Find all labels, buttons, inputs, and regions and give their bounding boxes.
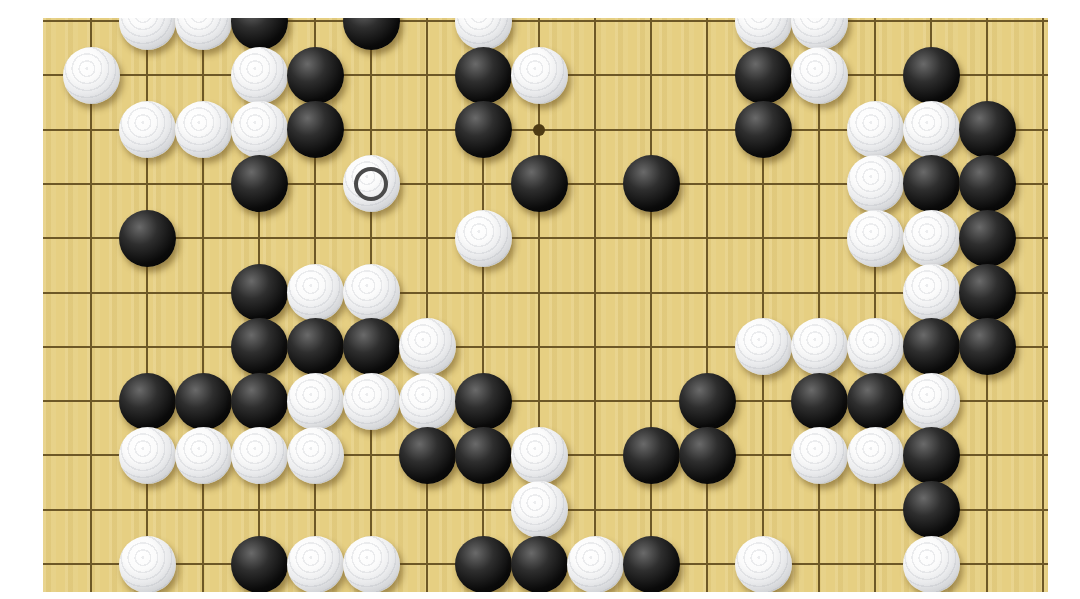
stone-texture: [903, 210, 960, 267]
white-stone: [287, 264, 344, 321]
black-stone: [455, 47, 512, 104]
black-stone: [623, 427, 680, 484]
stone-texture: [175, 427, 232, 484]
stone-texture: [343, 536, 400, 593]
stone-texture: [847, 101, 904, 158]
white-stone: [119, 18, 176, 50]
black-stone: [343, 318, 400, 375]
black-stone: [623, 536, 680, 593]
white-stone: [343, 264, 400, 321]
white-stone: [847, 427, 904, 484]
black-stone: [399, 427, 456, 484]
white-stone: [175, 101, 232, 158]
white-stone: [287, 427, 344, 484]
stone-texture: [287, 536, 344, 593]
white-stone: [847, 101, 904, 158]
stone-texture: [175, 18, 232, 50]
stone-texture: [343, 373, 400, 430]
black-stone: [847, 373, 904, 430]
white-stone: [287, 536, 344, 593]
white-stone: [455, 18, 512, 50]
white-stone: [791, 47, 848, 104]
grid-vertical-line: [426, 18, 428, 592]
white-stone: [343, 536, 400, 593]
black-stone: [231, 536, 288, 593]
white-stone: [231, 427, 288, 484]
white-stone: [903, 373, 960, 430]
white-stone: [735, 318, 792, 375]
black-stone: [455, 427, 512, 484]
white-stone: [847, 318, 904, 375]
grid-vertical-line: [594, 18, 596, 592]
stone-texture: [343, 264, 400, 321]
black-stone: [287, 47, 344, 104]
black-stone: [455, 536, 512, 593]
stone-texture: [847, 210, 904, 267]
white-stone: [903, 264, 960, 321]
white-stone: [511, 481, 568, 538]
stone-texture: [847, 427, 904, 484]
last-move-marker: [354, 167, 388, 201]
white-stone: [343, 373, 400, 430]
stone-texture: [119, 427, 176, 484]
white-stone: [791, 18, 848, 50]
white-stone: [399, 318, 456, 375]
stone-texture: [287, 264, 344, 321]
stone-texture: [735, 18, 792, 50]
stone-texture: [455, 210, 512, 267]
stone-texture: [119, 536, 176, 593]
grid-vertical-line: [650, 18, 652, 592]
stone-texture: [791, 427, 848, 484]
black-stone: [959, 101, 1016, 158]
white-stone: [175, 18, 232, 50]
black-stone: [959, 264, 1016, 321]
star-point: [533, 124, 545, 136]
white-stone: [735, 536, 792, 593]
black-stone: [455, 373, 512, 430]
stone-texture: [231, 101, 288, 158]
stone-texture: [287, 373, 344, 430]
stone-texture: [903, 264, 960, 321]
black-stone: [287, 101, 344, 158]
go-board[interactable]: [43, 18, 1048, 592]
stone-texture: [511, 481, 568, 538]
white-stone: [791, 318, 848, 375]
black-stone: [903, 318, 960, 375]
grid-vertical-line: [706, 18, 708, 592]
black-stone: [175, 373, 232, 430]
white-stone: [455, 210, 512, 267]
white-stone: [231, 47, 288, 104]
stone-texture: [791, 318, 848, 375]
black-stone: [511, 536, 568, 593]
black-stone: [735, 47, 792, 104]
black-stone: [287, 318, 344, 375]
black-stone: [455, 101, 512, 158]
white-stone: [343, 155, 400, 212]
white-stone: [119, 536, 176, 593]
stone-texture: [119, 18, 176, 50]
white-stone: [119, 427, 176, 484]
black-stone: [959, 210, 1016, 267]
grid-horizontal-line: [43, 292, 1048, 294]
stone-texture: [847, 155, 904, 212]
grid-vertical-line: [818, 18, 820, 592]
stone-texture: [399, 373, 456, 430]
stone-texture: [231, 47, 288, 104]
white-stone: [847, 155, 904, 212]
grid-vertical-line: [90, 18, 92, 592]
white-stone: [903, 536, 960, 593]
stone-texture: [735, 536, 792, 593]
stone-texture: [287, 427, 344, 484]
white-stone: [175, 427, 232, 484]
white-stone: [847, 210, 904, 267]
black-stone: [231, 318, 288, 375]
black-stone: [903, 481, 960, 538]
stone-texture: [511, 47, 568, 104]
white-stone: [511, 47, 568, 104]
black-stone: [231, 155, 288, 212]
stone-texture: [735, 318, 792, 375]
stone-texture: [791, 18, 848, 50]
white-stone: [903, 210, 960, 267]
black-stone: [791, 373, 848, 430]
stone-texture: [847, 318, 904, 375]
white-stone: [119, 101, 176, 158]
black-stone: [903, 47, 960, 104]
stone-texture: [399, 318, 456, 375]
white-stone: [399, 373, 456, 430]
black-stone: [903, 155, 960, 212]
black-stone: [679, 373, 736, 430]
stone-texture: [511, 427, 568, 484]
white-stone: [903, 101, 960, 158]
black-stone: [623, 155, 680, 212]
stone-texture: [903, 536, 960, 593]
black-stone: [735, 101, 792, 158]
white-stone: [63, 47, 120, 104]
grid-vertical-line: [1042, 18, 1044, 592]
black-stone: [119, 210, 176, 267]
stone-texture: [231, 427, 288, 484]
white-stone: [567, 536, 624, 593]
stone-texture: [175, 101, 232, 158]
black-stone: [959, 155, 1016, 212]
black-stone: [231, 18, 288, 50]
white-stone: [735, 18, 792, 50]
black-stone: [119, 373, 176, 430]
black-stone: [959, 318, 1016, 375]
black-stone: [679, 427, 736, 484]
stone-texture: [455, 18, 512, 50]
black-stone: [343, 18, 400, 50]
stone-texture: [903, 101, 960, 158]
stone-texture: [119, 101, 176, 158]
stone-texture: [903, 373, 960, 430]
stone-texture: [567, 536, 624, 593]
white-stone: [231, 101, 288, 158]
white-stone: [287, 373, 344, 430]
black-stone: [231, 264, 288, 321]
black-stone: [231, 373, 288, 430]
stone-texture: [63, 47, 120, 104]
go-app-screen: [0, 0, 1080, 599]
white-stone: [791, 427, 848, 484]
white-stone: [511, 427, 568, 484]
black-stone: [511, 155, 568, 212]
stone-texture: [791, 47, 848, 104]
black-stone: [903, 427, 960, 484]
